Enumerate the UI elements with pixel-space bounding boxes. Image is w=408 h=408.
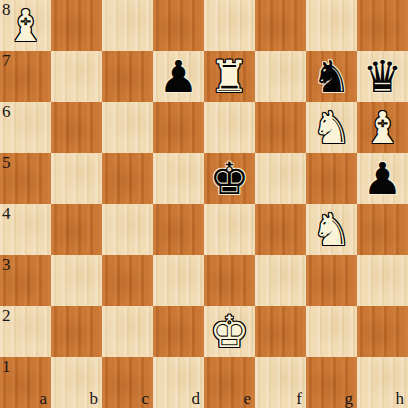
square-g6[interactable]: ♞ xyxy=(306,102,357,153)
square-c3[interactable] xyxy=(102,255,153,306)
square-c6[interactable] xyxy=(102,102,153,153)
square-h8[interactable] xyxy=(357,0,408,51)
square-b6[interactable] xyxy=(51,102,102,153)
piece-black-queen[interactable]: ♛ xyxy=(357,51,408,102)
file-label-e: e xyxy=(243,390,251,407)
file-label-h: h xyxy=(396,390,405,407)
piece-white-knight[interactable]: ♞ xyxy=(306,102,357,153)
square-e3[interactable] xyxy=(204,255,255,306)
square-d1[interactable]: d xyxy=(153,357,204,408)
square-e7[interactable]: ♜ xyxy=(204,51,255,102)
piece-black-pawn[interactable]: ♟ xyxy=(153,51,204,102)
piece-black-pawn[interactable]: ♟ xyxy=(357,153,408,204)
square-e1[interactable]: e xyxy=(204,357,255,408)
square-h3[interactable] xyxy=(357,255,408,306)
piece-white-king[interactable]: ♚ xyxy=(204,306,255,357)
rank-label-3: 3 xyxy=(2,256,11,273)
chess-diagram: 8♝7♟♜♞♛6♞♝5♚♟4♞32♚1abcdefgh xyxy=(0,0,408,408)
square-f7[interactable] xyxy=(255,51,306,102)
square-d4[interactable] xyxy=(153,204,204,255)
rank-label-7: 7 xyxy=(2,52,11,69)
square-f8[interactable] xyxy=(255,0,306,51)
square-h6[interactable]: ♝ xyxy=(357,102,408,153)
square-g2[interactable] xyxy=(306,306,357,357)
square-g3[interactable] xyxy=(306,255,357,306)
square-g8[interactable] xyxy=(306,0,357,51)
square-a5[interactable]: 5 xyxy=(0,153,51,204)
square-b3[interactable] xyxy=(51,255,102,306)
file-label-b: b xyxy=(90,390,99,407)
square-d5[interactable] xyxy=(153,153,204,204)
piece-white-bishop[interactable]: ♝ xyxy=(357,102,408,153)
square-h2[interactable] xyxy=(357,306,408,357)
square-c5[interactable] xyxy=(102,153,153,204)
rank-label-1: 1 xyxy=(2,358,11,375)
square-f4[interactable] xyxy=(255,204,306,255)
square-h1[interactable]: h xyxy=(357,357,408,408)
file-label-a: a xyxy=(39,390,47,407)
piece-white-bishop[interactable]: ♝ xyxy=(0,0,51,51)
square-c8[interactable] xyxy=(102,0,153,51)
square-f3[interactable] xyxy=(255,255,306,306)
square-g1[interactable]: g xyxy=(306,357,357,408)
square-g5[interactable] xyxy=(306,153,357,204)
square-e2[interactable]: ♚ xyxy=(204,306,255,357)
file-label-f: f xyxy=(296,390,302,407)
square-h5[interactable]: ♟ xyxy=(357,153,408,204)
square-a6[interactable]: 6 xyxy=(0,102,51,153)
piece-black-king[interactable]: ♚ xyxy=(204,153,255,204)
square-g7[interactable]: ♞ xyxy=(306,51,357,102)
square-a1[interactable]: 1a xyxy=(0,357,51,408)
rank-label-4: 4 xyxy=(2,205,11,222)
square-e4[interactable] xyxy=(204,204,255,255)
square-a7[interactable]: 7 xyxy=(0,51,51,102)
square-h7[interactable]: ♛ xyxy=(357,51,408,102)
square-a3[interactable]: 3 xyxy=(0,255,51,306)
square-f5[interactable] xyxy=(255,153,306,204)
square-g4[interactable]: ♞ xyxy=(306,204,357,255)
file-label-c: c xyxy=(141,390,149,407)
square-c2[interactable] xyxy=(102,306,153,357)
square-b7[interactable] xyxy=(51,51,102,102)
square-f1[interactable]: f xyxy=(255,357,306,408)
chess-board: 8♝7♟♜♞♛6♞♝5♚♟4♞32♚1abcdefgh xyxy=(0,0,408,408)
square-e8[interactable] xyxy=(204,0,255,51)
square-e5[interactable]: ♚ xyxy=(204,153,255,204)
rank-label-6: 6 xyxy=(2,103,11,120)
square-d3[interactable] xyxy=(153,255,204,306)
square-c1[interactable]: c xyxy=(102,357,153,408)
square-b8[interactable] xyxy=(51,0,102,51)
square-b2[interactable] xyxy=(51,306,102,357)
square-d6[interactable] xyxy=(153,102,204,153)
square-d2[interactable] xyxy=(153,306,204,357)
square-c4[interactable] xyxy=(102,204,153,255)
piece-white-knight[interactable]: ♞ xyxy=(306,204,357,255)
square-a2[interactable]: 2 xyxy=(0,306,51,357)
piece-black-knight[interactable]: ♞ xyxy=(306,51,357,102)
piece-white-rook[interactable]: ♜ xyxy=(204,51,255,102)
square-b4[interactable] xyxy=(51,204,102,255)
square-h4[interactable] xyxy=(357,204,408,255)
rank-label-2: 2 xyxy=(2,307,11,324)
square-f6[interactable] xyxy=(255,102,306,153)
square-d8[interactable] xyxy=(153,0,204,51)
square-e6[interactable] xyxy=(204,102,255,153)
square-c7[interactable] xyxy=(102,51,153,102)
square-b1[interactable]: b xyxy=(51,357,102,408)
square-b5[interactable] xyxy=(51,153,102,204)
square-d7[interactable]: ♟ xyxy=(153,51,204,102)
square-a8[interactable]: 8♝ xyxy=(0,0,51,51)
rank-label-5: 5 xyxy=(2,154,11,171)
square-f2[interactable] xyxy=(255,306,306,357)
file-label-d: d xyxy=(192,390,201,407)
square-a4[interactable]: 4 xyxy=(0,204,51,255)
file-label-g: g xyxy=(345,390,354,407)
